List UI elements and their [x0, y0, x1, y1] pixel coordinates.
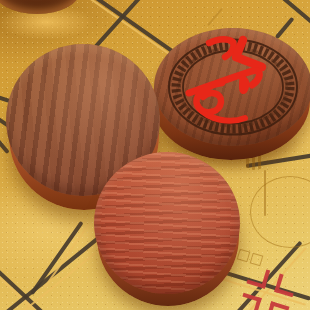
embossed-pattern [264, 170, 266, 216]
piece-top-left-facedown [0, 0, 80, 14]
grid-line-accent [43, 223, 89, 288]
marker-corner-se [266, 301, 290, 310]
piece-front-facedown [94, 152, 244, 310]
piece-faceup [152, 20, 310, 172]
piece-edge [0, 0, 80, 14]
marker-corner-nw [247, 265, 271, 289]
xiangqi-photo [0, 0, 310, 310]
grid-line [1, 236, 101, 310]
engraving [154, 28, 310, 146]
piece-face [94, 152, 240, 294]
embossed-circle [250, 176, 310, 248]
marker-corner-ne [274, 274, 298, 298]
